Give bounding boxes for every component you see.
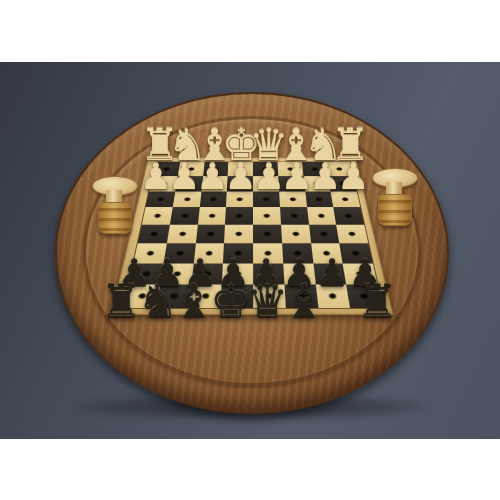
square	[138, 225, 170, 244]
square	[195, 225, 225, 244]
square	[253, 207, 281, 224]
square	[228, 162, 253, 176]
square	[253, 243, 283, 263]
square	[133, 243, 166, 263]
square	[160, 263, 193, 285]
board-frame	[110, 157, 393, 315]
square	[343, 263, 378, 285]
square	[188, 285, 222, 308]
square	[281, 225, 311, 244]
square	[305, 191, 334, 207]
left-side-peg	[90, 176, 138, 238]
square	[331, 191, 361, 207]
chess-board	[122, 162, 384, 309]
square	[278, 176, 305, 191]
square	[152, 162, 179, 176]
square	[191, 263, 223, 285]
square	[167, 225, 198, 244]
square	[336, 225, 368, 244]
square	[253, 225, 282, 244]
square	[170, 207, 200, 224]
square	[149, 176, 177, 191]
square	[339, 243, 372, 263]
square	[224, 225, 253, 244]
square	[222, 263, 253, 285]
square	[227, 176, 253, 191]
square	[253, 162, 278, 176]
square	[253, 285, 285, 308]
square	[315, 285, 350, 308]
peg-body	[98, 202, 132, 234]
square	[280, 207, 309, 224]
square	[146, 191, 175, 207]
square	[307, 207, 337, 224]
square	[197, 207, 226, 224]
square	[253, 176, 279, 191]
square	[142, 207, 173, 224]
square	[221, 285, 253, 308]
board-perspective-wrap	[110, 157, 393, 315]
square	[225, 207, 253, 224]
square	[193, 243, 224, 263]
square	[253, 191, 280, 207]
square	[303, 176, 331, 191]
square	[277, 162, 303, 176]
square	[302, 162, 329, 176]
square	[156, 285, 191, 308]
square	[279, 191, 307, 207]
square	[283, 263, 315, 285]
square	[203, 162, 229, 176]
square	[309, 225, 340, 244]
peg-body	[378, 194, 412, 226]
square	[201, 176, 228, 191]
square	[333, 207, 364, 224]
square	[313, 263, 347, 285]
square	[328, 176, 356, 191]
square	[226, 191, 253, 207]
square	[253, 263, 284, 285]
right-side-peg	[370, 168, 418, 230]
square	[223, 243, 253, 263]
square	[163, 243, 195, 263]
square	[124, 285, 160, 308]
square	[282, 243, 313, 263]
square	[199, 191, 227, 207]
square	[175, 176, 203, 191]
square	[178, 162, 205, 176]
square	[311, 243, 343, 263]
square	[284, 285, 318, 308]
square	[326, 162, 353, 176]
square	[129, 263, 164, 285]
square	[172, 191, 201, 207]
square	[346, 285, 382, 308]
